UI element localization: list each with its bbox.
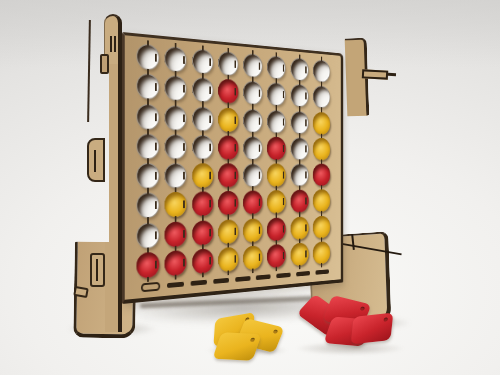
board-cell[interactable] bbox=[216, 49, 241, 79]
empty-hole bbox=[192, 48, 213, 74]
empty-hole bbox=[137, 193, 160, 219]
occupied-hole bbox=[218, 219, 238, 244]
occupied-hole bbox=[192, 248, 213, 274]
yellow-disc bbox=[218, 247, 238, 272]
red-disc bbox=[290, 190, 308, 213]
board-cell[interactable] bbox=[311, 83, 333, 110]
yellow-disc bbox=[192, 163, 213, 188]
left-foot-clip bbox=[90, 253, 105, 287]
occupied-hole bbox=[243, 245, 262, 270]
empty-hole bbox=[243, 53, 262, 78]
empty-hole bbox=[313, 85, 330, 108]
board-cell[interactable] bbox=[189, 190, 215, 219]
board-cell[interactable] bbox=[265, 80, 288, 108]
yellow-disc bbox=[243, 218, 262, 243]
occupied-hole bbox=[218, 135, 238, 159]
board-cell[interactable] bbox=[265, 188, 288, 216]
yellow-disc bbox=[218, 219, 238, 244]
yellow-disc bbox=[313, 241, 330, 265]
red-disc bbox=[192, 192, 213, 217]
empty-hole bbox=[137, 163, 160, 189]
empty-hole bbox=[165, 163, 187, 188]
empty-hole bbox=[290, 84, 308, 108]
board-cell[interactable] bbox=[162, 248, 189, 279]
empty-hole bbox=[137, 133, 160, 159]
board-cell[interactable] bbox=[134, 191, 162, 221]
board-cell[interactable] bbox=[241, 216, 265, 245]
left-stand-mid-tab bbox=[87, 138, 105, 182]
red-disc bbox=[137, 252, 160, 279]
board-cell[interactable] bbox=[288, 188, 310, 215]
occupied-hole bbox=[267, 244, 286, 268]
board-cell[interactable] bbox=[162, 219, 189, 249]
board-perspective-wrap bbox=[122, 32, 343, 304]
handle-slot bbox=[141, 281, 160, 291]
board-cell[interactable] bbox=[216, 189, 241, 218]
empty-hole bbox=[243, 108, 262, 132]
red-disc bbox=[243, 191, 262, 215]
board-cell[interactable] bbox=[241, 189, 265, 217]
board-cell[interactable] bbox=[311, 57, 333, 85]
red-disc bbox=[218, 191, 238, 216]
occupied-hole bbox=[290, 242, 308, 266]
board-cell[interactable] bbox=[265, 215, 288, 243]
occupied-hole bbox=[313, 241, 330, 265]
board-cell[interactable] bbox=[189, 218, 215, 248]
empty-hole bbox=[165, 46, 187, 73]
empty-hole bbox=[192, 106, 213, 131]
empty-hole bbox=[290, 164, 308, 187]
vent-slot bbox=[167, 281, 184, 287]
red-disc bbox=[165, 250, 187, 277]
yellow-disc bbox=[313, 112, 330, 135]
right-stand-tab bbox=[362, 69, 388, 79]
empty-hole bbox=[137, 43, 160, 70]
game-board bbox=[122, 32, 343, 304]
board-cell[interactable] bbox=[311, 162, 333, 188]
occupied-hole bbox=[218, 191, 238, 216]
yellow-disc bbox=[290, 242, 308, 266]
occupied-hole bbox=[267, 190, 286, 214]
board-cell[interactable] bbox=[162, 44, 189, 75]
red-disc bbox=[267, 244, 286, 268]
empty-hole bbox=[137, 103, 160, 129]
red-disc bbox=[218, 135, 238, 159]
board-cell[interactable] bbox=[241, 134, 265, 162]
occupied-hole bbox=[290, 190, 308, 213]
board-cell[interactable] bbox=[189, 104, 215, 133]
board-cell[interactable] bbox=[216, 105, 241, 134]
empty-hole bbox=[218, 51, 238, 77]
red-disc bbox=[192, 220, 213, 246]
occupied-hole bbox=[267, 164, 286, 187]
red-loose-piece[interactable] bbox=[351, 313, 394, 345]
occupied-hole bbox=[218, 107, 238, 132]
occupied-hole bbox=[192, 220, 213, 246]
post-base bbox=[105, 242, 122, 332]
board-cell[interactable] bbox=[162, 190, 189, 220]
occupied-hole bbox=[243, 191, 262, 215]
board-cell[interactable] bbox=[288, 82, 310, 110]
empty-hole bbox=[165, 75, 187, 101]
post-latch bbox=[100, 54, 109, 74]
board-cell[interactable] bbox=[265, 53, 288, 82]
occupied-hole bbox=[313, 112, 330, 135]
empty-hole bbox=[267, 109, 286, 133]
board-cell[interactable] bbox=[288, 240, 310, 268]
board-cell[interactable] bbox=[288, 55, 310, 83]
board-cell[interactable] bbox=[134, 101, 162, 132]
board-cell[interactable] bbox=[265, 107, 288, 135]
yellow-disc bbox=[313, 215, 330, 238]
board-cell[interactable] bbox=[265, 162, 288, 189]
empty-hole bbox=[165, 105, 187, 131]
occupied-hole bbox=[192, 163, 213, 188]
board-cell[interactable] bbox=[311, 136, 333, 162]
occupied-hole bbox=[165, 250, 187, 277]
board-cell[interactable] bbox=[216, 217, 241, 246]
board-cell[interactable] bbox=[241, 106, 265, 134]
board-cell[interactable] bbox=[216, 133, 241, 161]
occupied-hole bbox=[243, 218, 262, 243]
occupied-hole bbox=[137, 252, 160, 279]
empty-hole bbox=[137, 73, 160, 100]
board-cell[interactable] bbox=[134, 71, 162, 102]
occupied-hole bbox=[218, 79, 238, 104]
board-cell[interactable] bbox=[265, 135, 288, 162]
board-cell[interactable] bbox=[134, 161, 162, 191]
board-cell[interactable] bbox=[162, 132, 189, 162]
board-cell[interactable] bbox=[162, 73, 189, 104]
empty-hole bbox=[313, 59, 330, 83]
empty-hole bbox=[243, 164, 262, 188]
occupied-hole bbox=[267, 217, 286, 241]
red-disc bbox=[313, 164, 330, 186]
yellow-loose-piece[interactable] bbox=[212, 332, 261, 361]
empty-hole bbox=[290, 111, 308, 134]
board-cell[interactable] bbox=[134, 131, 162, 161]
board-cell[interactable] bbox=[216, 77, 241, 106]
left-stand-rear-edge bbox=[87, 20, 91, 122]
board-cell[interactable] bbox=[288, 135, 310, 162]
occupied-hole bbox=[218, 247, 238, 272]
left-stand-post bbox=[104, 14, 124, 332]
board-cell[interactable] bbox=[216, 161, 241, 189]
empty-hole bbox=[137, 222, 160, 249]
board-cell[interactable] bbox=[241, 51, 265, 80]
vent-slot bbox=[256, 274, 271, 280]
occupied-hole bbox=[267, 137, 286, 160]
board-cell[interactable] bbox=[311, 213, 333, 240]
empty-hole bbox=[267, 82, 286, 106]
red-disc bbox=[218, 79, 238, 104]
yellow-disc bbox=[313, 190, 330, 213]
yellow-disc bbox=[218, 107, 238, 132]
board-cell[interactable] bbox=[265, 242, 288, 271]
empty-hole bbox=[267, 55, 286, 80]
vent-slot bbox=[316, 269, 329, 274]
red-disc bbox=[267, 217, 286, 241]
board-cell[interactable] bbox=[311, 188, 333, 215]
yellow-disc bbox=[267, 190, 286, 214]
occupied-hole bbox=[313, 164, 330, 186]
board-cell[interactable] bbox=[134, 220, 162, 251]
occupied-hole bbox=[313, 138, 330, 161]
board-cell[interactable] bbox=[241, 162, 265, 190]
post-stem bbox=[109, 64, 122, 246]
occupied-hole bbox=[290, 216, 308, 240]
red-disc bbox=[267, 137, 286, 160]
board-cell[interactable] bbox=[134, 249, 162, 281]
board-cell[interactable] bbox=[134, 41, 162, 73]
board-cell[interactable] bbox=[189, 46, 215, 77]
board-cell[interactable] bbox=[311, 239, 333, 266]
vent-slot bbox=[277, 272, 291, 278]
red-disc bbox=[218, 163, 238, 187]
yellow-disc bbox=[243, 245, 262, 270]
board-cell[interactable] bbox=[241, 79, 265, 108]
board-cell[interactable] bbox=[311, 110, 333, 137]
board-cell[interactable] bbox=[189, 75, 215, 105]
vent-slot bbox=[213, 277, 229, 283]
right-stand-peg bbox=[388, 73, 396, 76]
red-disc bbox=[192, 248, 213, 274]
occupied-hole bbox=[165, 221, 187, 247]
board-cell[interactable] bbox=[288, 162, 310, 189]
scene bbox=[0, 0, 500, 375]
board-cell[interactable] bbox=[189, 246, 215, 276]
vent-slot bbox=[296, 270, 310, 276]
board-cell[interactable] bbox=[189, 133, 215, 162]
occupied-hole bbox=[218, 163, 238, 187]
empty-hole bbox=[290, 57, 308, 81]
vent-slot bbox=[235, 276, 250, 282]
empty-hole bbox=[290, 137, 308, 160]
occupied-hole bbox=[165, 192, 187, 218]
board-cell[interactable] bbox=[216, 245, 241, 275]
empty-hole bbox=[243, 136, 262, 160]
empty-hole bbox=[192, 77, 213, 103]
vent-slot bbox=[190, 279, 206, 285]
board-cell[interactable] bbox=[288, 109, 310, 136]
yellow-disc bbox=[313, 138, 330, 161]
board-cell[interactable] bbox=[162, 102, 189, 132]
board-cell[interactable] bbox=[189, 161, 215, 190]
board-cell[interactable] bbox=[288, 214, 310, 242]
empty-hole bbox=[192, 135, 213, 160]
yellow-disc bbox=[267, 164, 286, 187]
board-grid bbox=[134, 41, 332, 281]
yellow-disc bbox=[165, 192, 187, 218]
occupied-hole bbox=[313, 215, 330, 238]
empty-hole bbox=[243, 81, 262, 106]
board-cell[interactable] bbox=[162, 161, 189, 190]
red-disc bbox=[165, 221, 187, 247]
occupied-hole bbox=[192, 192, 213, 217]
board-cell[interactable] bbox=[241, 243, 265, 272]
empty-hole bbox=[165, 134, 187, 159]
occupied-hole bbox=[313, 190, 330, 213]
yellow-disc bbox=[290, 216, 308, 240]
